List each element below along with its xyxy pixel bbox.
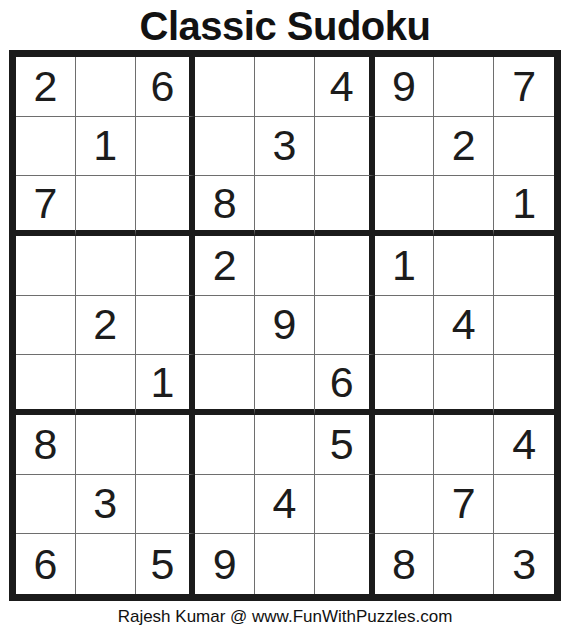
cell-r5c9[interactable]	[494, 296, 554, 356]
cell-r4c6[interactable]	[315, 236, 375, 296]
cell-r1c3[interactable]: 6	[136, 57, 196, 117]
cell-r5c5[interactable]: 9	[255, 296, 315, 356]
cell-r4c1[interactable]	[16, 236, 76, 296]
cell-r1c2[interactable]	[76, 57, 136, 117]
cell-r8c3[interactable]	[136, 475, 196, 535]
cell-r2c3[interactable]	[136, 117, 196, 177]
sudoku-board: 26497132781212941685434765983	[9, 50, 561, 601]
cell-r7c8[interactable]	[434, 415, 494, 475]
cell-r2c2[interactable]: 1	[76, 117, 136, 177]
cell-r9c7[interactable]: 8	[375, 534, 435, 594]
cell-r7c2[interactable]	[76, 415, 136, 475]
cell-r6c6[interactable]: 6	[315, 355, 375, 415]
cell-r8c6[interactable]	[315, 475, 375, 535]
cell-r1c4[interactable]	[195, 57, 255, 117]
cell-r9c3[interactable]: 5	[136, 534, 196, 594]
cell-r1c5[interactable]	[255, 57, 315, 117]
cell-r4c8[interactable]	[434, 236, 494, 296]
cell-r8c8[interactable]: 7	[434, 475, 494, 535]
cell-r3c2[interactable]	[76, 176, 136, 236]
cell-r1c8[interactable]	[434, 57, 494, 117]
cell-r2c8[interactable]: 2	[434, 117, 494, 177]
cell-r2c5[interactable]: 3	[255, 117, 315, 177]
cell-r1c6[interactable]: 4	[315, 57, 375, 117]
cell-r9c4[interactable]: 9	[195, 534, 255, 594]
cell-r9c5[interactable]	[255, 534, 315, 594]
cell-r2c1[interactable]	[16, 117, 76, 177]
cell-r4c3[interactable]	[136, 236, 196, 296]
cell-r7c3[interactable]	[136, 415, 196, 475]
cell-r5c6[interactable]	[315, 296, 375, 356]
cell-r3c5[interactable]	[255, 176, 315, 236]
cell-r4c9[interactable]	[494, 236, 554, 296]
cell-r5c2[interactable]: 2	[76, 296, 136, 356]
cell-r6c2[interactable]	[76, 355, 136, 415]
cell-r6c8[interactable]	[434, 355, 494, 415]
cell-r5c3[interactable]	[136, 296, 196, 356]
cell-r3c4[interactable]: 8	[195, 176, 255, 236]
cell-r6c5[interactable]	[255, 355, 315, 415]
cell-r3c6[interactable]	[315, 176, 375, 236]
cell-r5c7[interactable]	[375, 296, 435, 356]
cell-r6c7[interactable]	[375, 355, 435, 415]
footer-credit: Rajesh Kumar @ www.FunWithPuzzles.com	[118, 607, 453, 627]
cell-r7c5[interactable]	[255, 415, 315, 475]
cell-r6c3[interactable]: 1	[136, 355, 196, 415]
cell-r1c9[interactable]: 7	[494, 57, 554, 117]
cell-r9c1[interactable]: 6	[16, 534, 76, 594]
cell-r2c7[interactable]	[375, 117, 435, 177]
cell-r2c9[interactable]	[494, 117, 554, 177]
cell-r6c4[interactable]	[195, 355, 255, 415]
cell-r5c4[interactable]	[195, 296, 255, 356]
cell-r6c1[interactable]	[16, 355, 76, 415]
cell-r7c1[interactable]: 8	[16, 415, 76, 475]
cell-r6c9[interactable]	[494, 355, 554, 415]
cell-r8c5[interactable]: 4	[255, 475, 315, 535]
cell-r1c7[interactable]: 9	[375, 57, 435, 117]
cell-r8c9[interactable]	[494, 475, 554, 535]
cell-r4c4[interactable]: 2	[195, 236, 255, 296]
cell-r7c6[interactable]: 5	[315, 415, 375, 475]
cell-r9c6[interactable]	[315, 534, 375, 594]
cell-r1c1[interactable]: 2	[16, 57, 76, 117]
cell-r7c7[interactable]	[375, 415, 435, 475]
cell-r5c8[interactable]: 4	[434, 296, 494, 356]
cell-r9c9[interactable]: 3	[494, 534, 554, 594]
cell-r7c9[interactable]: 4	[494, 415, 554, 475]
cell-r3c9[interactable]: 1	[494, 176, 554, 236]
cell-r7c4[interactable]	[195, 415, 255, 475]
cell-r8c4[interactable]	[195, 475, 255, 535]
cell-r8c1[interactable]	[16, 475, 76, 535]
cell-r8c2[interactable]: 3	[76, 475, 136, 535]
cell-r5c1[interactable]	[16, 296, 76, 356]
cell-r3c1[interactable]: 7	[16, 176, 76, 236]
cell-r3c3[interactable]	[136, 176, 196, 236]
cell-r4c2[interactable]	[76, 236, 136, 296]
page-title: Classic Sudoku	[140, 2, 431, 50]
cell-r4c7[interactable]: 1	[375, 236, 435, 296]
cell-r9c8[interactable]	[434, 534, 494, 594]
cell-r8c7[interactable]	[375, 475, 435, 535]
sudoku-page: Classic Sudoku 2649713278121294168543476…	[0, 0, 570, 636]
cell-r2c6[interactable]	[315, 117, 375, 177]
cell-r9c2[interactable]	[76, 534, 136, 594]
cell-r2c4[interactable]	[195, 117, 255, 177]
cell-r3c8[interactable]	[434, 176, 494, 236]
cell-r3c7[interactable]	[375, 176, 435, 236]
cell-r4c5[interactable]	[255, 236, 315, 296]
